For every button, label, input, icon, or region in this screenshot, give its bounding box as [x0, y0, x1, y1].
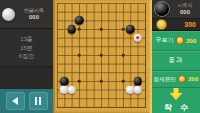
star-point	[100, 28, 103, 31]
white-stone	[67, 85, 76, 94]
black-stone	[67, 25, 76, 34]
star-point	[100, 80, 103, 83]
star-point	[78, 80, 81, 83]
estimate-button[interactable]: 형세판단 200	[152, 71, 200, 88]
star-point	[78, 28, 81, 31]
pause-icon	[35, 97, 41, 105]
pause-button[interactable]	[29, 92, 48, 110]
white-stone	[133, 85, 142, 94]
go-game-app: 한글리욱 000 13줄 15분 6집반 시옥자 000	[0, 0, 200, 113]
action-buttons: 무르기 200 통과 형세판단 200 착 수	[152, 31, 200, 113]
black-stone	[126, 25, 135, 34]
black-player-card: 시옥자 000	[152, 0, 200, 18]
black-stone	[75, 16, 84, 25]
star-point	[122, 80, 125, 83]
undo-label: 무르기	[156, 36, 174, 45]
play-move-label: 착 수	[164, 102, 191, 113]
black-stone-avatar	[154, 1, 170, 17]
white-player-id: 한글리욱 000	[17, 7, 51, 21]
coin-balance: 300	[184, 21, 196, 28]
game-info-komi: 6집반	[0, 52, 53, 61]
estimate-cost: 200	[188, 76, 198, 82]
white-player-card: 한글리욱 000	[0, 0, 53, 29]
black-player-name: 시옥자	[178, 2, 193, 9]
white-player-name: 한글리욱	[24, 7, 44, 14]
coin-icon	[176, 36, 185, 45]
right-panel: 시옥자 000 300 무르기 200 통과 형세판단 200	[152, 0, 200, 113]
estimate-label: 형세판단	[154, 76, 176, 83]
coin-balance-row: 300	[152, 18, 200, 31]
bottom-toolbar	[0, 89, 53, 113]
play-move-button[interactable]: 착 수	[152, 88, 200, 113]
black-stone	[60, 77, 69, 86]
game-info-time: 15분	[0, 44, 53, 53]
coin-icon	[156, 19, 167, 30]
game-info-board-size: 13줄	[0, 35, 53, 44]
pass-label: 통과	[169, 56, 184, 65]
white-stone-avatar	[2, 8, 15, 21]
black-stone	[133, 77, 142, 86]
coin-icon	[178, 75, 187, 84]
white-stone	[133, 33, 142, 42]
left-panel: 한글리욱 000 13줄 15분 6집반	[0, 0, 53, 113]
black-player-id: 시옥자 000	[172, 2, 198, 16]
board-grid[interactable]	[57, 3, 146, 108]
star-point	[122, 54, 125, 57]
undo-cost: 200	[186, 38, 196, 44]
left-panel-spacer	[0, 67, 53, 90]
last-move-marker	[136, 36, 139, 39]
back-arrow-icon	[12, 97, 18, 105]
game-info: 13줄 15분 6집반	[0, 29, 53, 67]
down-arrow-icon	[170, 88, 183, 100]
star-point	[122, 28, 125, 31]
undo-button[interactable]: 무르기 200	[152, 31, 200, 51]
go-board[interactable]	[53, 0, 152, 113]
star-point	[100, 54, 103, 57]
pass-button[interactable]: 통과	[152, 51, 200, 71]
star-point	[78, 54, 81, 57]
white-player-rating: 000	[29, 14, 39, 21]
back-button[interactable]	[6, 92, 25, 110]
black-player-rating: 000	[180, 9, 190, 16]
